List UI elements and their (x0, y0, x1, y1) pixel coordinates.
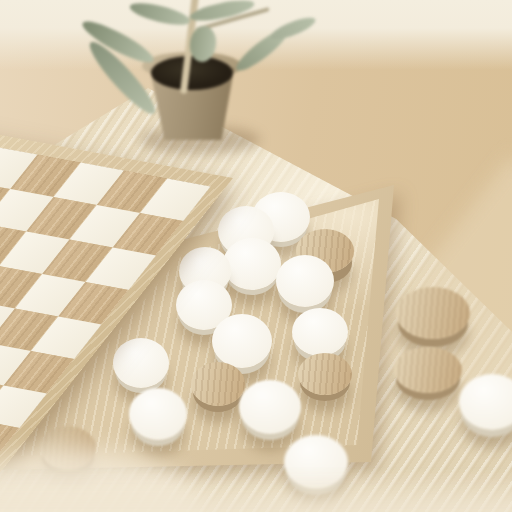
plant-leaf (188, 24, 219, 63)
plant-leaf (188, 0, 256, 24)
scene-photo-checkers-set (0, 0, 512, 512)
board-square-light[interactable] (0, 385, 47, 427)
foreground-blur-bottom (0, 470, 512, 512)
plant-leaf (268, 13, 317, 43)
plant-leaf (128, 0, 192, 29)
